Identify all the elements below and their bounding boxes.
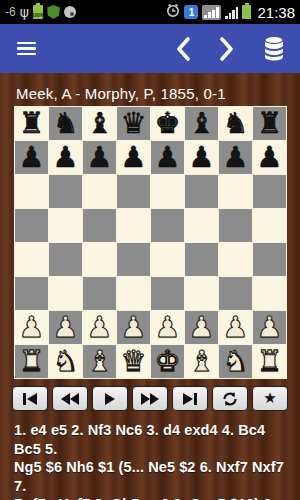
white-king-icon: ♚ (155, 345, 181, 378)
move-list[interactable]: 1. e4 e5 2. Nf3 Nc6 3. d4 exd4 4. Bc4 Bc… (14, 421, 292, 500)
square-e8[interactable]: ♚ (151, 107, 184, 140)
square-d1[interactable]: ♛ (117, 345, 150, 378)
square-e1[interactable]: ♚ (151, 345, 184, 378)
square-c5[interactable] (83, 209, 116, 242)
clock-time: 21:38 (257, 4, 295, 21)
playback-controls: ★ (0, 386, 300, 411)
square-a3[interactable] (15, 277, 48, 310)
move-list-line[interactable]: Ng5 $6 Nh6 $1 (5... Ne5 $2 6. Nxf7 Nxf7 … (14, 458, 292, 495)
white-pawn-icon: ♟ (121, 311, 147, 344)
square-d4[interactable] (117, 243, 150, 276)
white-bishop-icon: ♝ (189, 345, 215, 378)
white-pawn-icon: ♟ (223, 311, 249, 344)
white-pawn-icon: ♟ (155, 311, 181, 344)
battery-100-icon: 100% (33, 5, 43, 19)
white-knight-icon: ♞ (223, 345, 249, 378)
next-game-button[interactable] (218, 36, 236, 62)
black-pawn-icon: ♟ (155, 141, 181, 174)
square-e5[interactable] (151, 209, 184, 242)
square-c7[interactable]: ♟ (83, 141, 116, 174)
square-d2[interactable]: ♟ (117, 311, 150, 344)
square-a6[interactable] (15, 175, 48, 208)
white-pawn-icon: ♟ (257, 311, 283, 344)
square-f6[interactable] (185, 175, 218, 208)
previous-game-button[interactable] (174, 36, 192, 62)
square-a2[interactable]: ♟ (15, 311, 48, 344)
move-list-line[interactable]: 1. e4 e5 2. Nf3 Nc6 3. d4 exd4 4. Bc4 Bc… (14, 421, 292, 458)
square-f4[interactable] (185, 243, 218, 276)
square-h2[interactable]: ♟ (253, 311, 286, 344)
black-queen-icon: ♛ (121, 107, 147, 140)
white-knight-icon: ♞ (53, 345, 79, 378)
square-h4[interactable] (253, 243, 286, 276)
notification-count-badge: 1 (184, 5, 198, 19)
square-a7[interactable]: ♟ (15, 141, 48, 174)
square-b1[interactable]: ♞ (49, 345, 82, 378)
square-c8[interactable]: ♝ (83, 107, 116, 140)
square-c3[interactable] (83, 277, 116, 310)
battery-icon (242, 5, 251, 19)
square-b4[interactable] (49, 243, 82, 276)
menu-icon[interactable] (17, 39, 36, 59)
square-e4[interactable] (151, 243, 184, 276)
square-a8[interactable]: ♜ (15, 107, 48, 140)
move-list-line[interactable]: Bxf7+ Kxf7 8. Qh5+ g6 9. Qxc5 $16) 6. Nx… (14, 495, 292, 500)
square-c2[interactable]: ♟ (83, 311, 116, 344)
square-f1[interactable]: ♝ (185, 345, 218, 378)
square-f5[interactable] (185, 209, 218, 242)
square-g4[interactable] (219, 243, 252, 276)
back-button[interactable] (52, 386, 88, 411)
alarm-clock-icon (166, 3, 180, 21)
black-rook-icon: ♜ (257, 107, 283, 140)
square-g6[interactable] (219, 175, 252, 208)
square-d8[interactable]: ♛ (117, 107, 150, 140)
black-pawn-icon: ♟ (189, 141, 215, 174)
square-f8[interactable]: ♝ (185, 107, 218, 140)
white-rook-icon: ♜ (257, 345, 283, 378)
status-bar: -6 ψ 100% 1 21:38 (0, 0, 300, 24)
square-b3[interactable] (49, 277, 82, 310)
white-pawn-icon: ♟ (19, 311, 45, 344)
square-g1[interactable]: ♞ (219, 345, 252, 378)
white-pawn-icon: ♟ (53, 311, 79, 344)
app-toolbar (0, 24, 300, 73)
game-title: Meek, A - Morphy, P, 1855, 0-1 (16, 85, 300, 102)
square-g7[interactable]: ♟ (219, 141, 252, 174)
black-pawn-icon: ♟ (87, 141, 113, 174)
square-d7[interactable]: ♟ (117, 141, 150, 174)
square-a5[interactable] (15, 209, 48, 242)
flip-reload-button[interactable] (212, 386, 248, 411)
black-bishop-icon: ♝ (189, 107, 215, 140)
play-button[interactable] (92, 386, 128, 411)
square-g5[interactable] (219, 209, 252, 242)
square-g3[interactable] (219, 277, 252, 310)
black-king-icon: ♚ (155, 107, 181, 140)
square-h8[interactable]: ♜ (253, 107, 286, 140)
go-to-end-button[interactable] (172, 386, 208, 411)
black-bishop-icon: ♝ (87, 107, 113, 140)
square-d6[interactable] (117, 175, 150, 208)
white-pawn-icon: ♟ (87, 311, 113, 344)
white-rook-icon: ♜ (19, 345, 45, 378)
black-pawn-icon: ♟ (223, 141, 249, 174)
square-e2[interactable]: ♟ (151, 311, 184, 344)
square-e3[interactable] (151, 277, 184, 310)
signal-box-icon (202, 5, 221, 20)
square-h6[interactable] (253, 175, 286, 208)
square-g8[interactable]: ♞ (219, 107, 252, 140)
square-d3[interactable] (117, 277, 150, 310)
square-c4[interactable] (83, 243, 116, 276)
square-b8[interactable]: ♞ (49, 107, 82, 140)
notification-icon (64, 6, 76, 18)
square-a1[interactable]: ♜ (15, 345, 48, 378)
status-left-text: -6 (5, 5, 16, 19)
black-pawn-icon: ♟ (19, 141, 45, 174)
black-knight-icon: ♞ (53, 107, 79, 140)
white-pawn-icon: ♟ (189, 311, 215, 344)
favorite-button[interactable]: ★ (252, 386, 288, 411)
black-knight-icon: ♞ (223, 107, 249, 140)
black-pawn-icon: ♟ (121, 141, 147, 174)
database-icon[interactable] (262, 35, 286, 63)
square-c1[interactable]: ♝ (83, 345, 116, 378)
go-to-start-button[interactable] (12, 386, 48, 411)
square-f3[interactable] (185, 277, 218, 310)
square-f7[interactable]: ♟ (185, 141, 218, 174)
black-rook-icon: ♜ (19, 107, 45, 140)
square-b7[interactable]: ♟ (49, 141, 82, 174)
square-h7[interactable]: ♟ (253, 141, 286, 174)
square-c6[interactable] (83, 175, 116, 208)
square-f2[interactable]: ♟ (185, 311, 218, 344)
black-pawn-icon: ♟ (257, 141, 283, 174)
forward-button[interactable] (132, 386, 168, 411)
square-g2[interactable]: ♟ (219, 311, 252, 344)
white-queen-icon: ♛ (121, 345, 147, 378)
shield-icon (47, 5, 60, 19)
usb-icon: ψ (20, 5, 29, 19)
star-icon: ★ (263, 391, 276, 406)
square-b6[interactable] (49, 175, 82, 208)
square-e6[interactable] (151, 175, 184, 208)
square-h1[interactable]: ♜ (253, 345, 286, 378)
square-a4[interactable] (15, 243, 48, 276)
square-b2[interactable]: ♟ (49, 311, 82, 344)
square-h3[interactable] (253, 277, 286, 310)
square-d5[interactable] (117, 209, 150, 242)
signal-bars-icon (225, 6, 238, 19)
black-pawn-icon: ♟ (53, 141, 79, 174)
white-bishop-icon: ♝ (87, 345, 113, 378)
square-h5[interactable] (253, 209, 286, 242)
square-b5[interactable] (49, 209, 82, 242)
chess-board: ♜♞♝♛♚♝♞♜♟♟♟♟♟♟♟♟♟♟♟♟♟♟♟♟♜♞♝♛♚♝♞♜ (14, 106, 287, 379)
square-e7[interactable]: ♟ (151, 141, 184, 174)
